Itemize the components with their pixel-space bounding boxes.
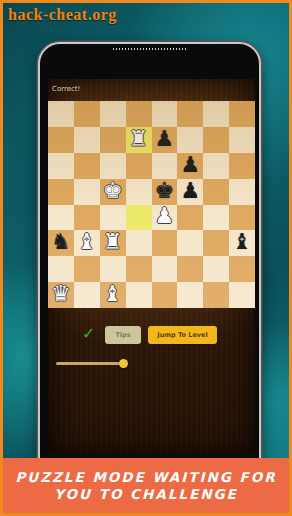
square-d6[interactable]	[126, 153, 152, 179]
square-g2[interactable]	[203, 256, 229, 282]
square-e5[interactable]: ♚	[152, 179, 178, 205]
square-b4[interactable]	[74, 205, 100, 231]
square-f6[interactable]: ♟	[177, 153, 203, 179]
piece-white-pawn: ♟	[155, 205, 175, 227]
square-b2[interactable]	[74, 256, 100, 282]
square-f3[interactable]	[177, 230, 203, 256]
phone-frame: Correct! ♜♟♟♚♚♟♟♞♝♜♝♛♝ ✓ Tips Jump To Le…	[38, 42, 261, 466]
square-b3[interactable]: ♝	[74, 230, 100, 256]
square-e1[interactable]	[152, 282, 178, 308]
square-a5[interactable]	[48, 179, 74, 205]
square-f5[interactable]: ♟	[177, 179, 203, 205]
square-c3[interactable]: ♜	[100, 230, 126, 256]
square-e3[interactable]	[152, 230, 178, 256]
square-g3[interactable]	[203, 230, 229, 256]
square-b7[interactable]	[74, 127, 100, 153]
jump-to-level-button[interactable]: Jump To Level	[148, 326, 217, 344]
square-f4[interactable]	[177, 205, 203, 231]
square-a3[interactable]: ♞	[48, 230, 74, 256]
square-a2[interactable]	[48, 256, 74, 282]
caption-line-1: PUZZLE MODE WAITING FOR	[15, 469, 276, 486]
piece-black-knight: ♞	[51, 231, 71, 253]
caption-line-2: YOU TO CHALLENGE	[54, 486, 238, 503]
square-a8[interactable]	[48, 101, 74, 127]
correct-check-icon: ✓	[82, 324, 95, 343]
square-b1[interactable]	[74, 282, 100, 308]
square-e8[interactable]	[152, 101, 178, 127]
square-d3[interactable]	[126, 230, 152, 256]
piece-white-king: ♚	[103, 180, 123, 202]
square-b8[interactable]	[74, 101, 100, 127]
square-c7[interactable]	[100, 127, 126, 153]
piece-black-king: ♚	[155, 180, 175, 202]
square-h6[interactable]	[229, 153, 255, 179]
square-c1[interactable]: ♝	[100, 282, 126, 308]
square-h7[interactable]	[229, 127, 255, 153]
phone-speaker-grille	[113, 48, 187, 50]
square-g6[interactable]	[203, 153, 229, 179]
level-slider-track[interactable]	[56, 362, 124, 365]
square-a6[interactable]	[48, 153, 74, 179]
app-background: hack-cheat.org Correct! ♜♟♟♚♚♟♟♞♝♜♝♛♝ ✓ …	[0, 0, 292, 516]
square-a7[interactable]	[48, 127, 74, 153]
piece-black-bishop: ♝	[232, 231, 252, 253]
square-g1[interactable]	[203, 282, 229, 308]
square-c2[interactable]	[100, 256, 126, 282]
chess-board: ♜♟♟♚♚♟♟♞♝♜♝♛♝	[48, 101, 255, 308]
square-h3[interactable]: ♝	[229, 230, 255, 256]
square-c4[interactable]	[100, 205, 126, 231]
app-screen: Correct! ♜♟♟♚♚♟♟♞♝♜♝♛♝ ✓ Tips Jump To Le…	[48, 79, 255, 455]
square-e4[interactable]: ♟	[152, 205, 178, 231]
piece-white-queen: ♛	[51, 283, 71, 305]
piece-black-pawn: ♟	[180, 180, 200, 202]
piece-black-pawn: ♟	[180, 154, 200, 176]
square-c8[interactable]	[100, 101, 126, 127]
square-a1[interactable]: ♛	[48, 282, 74, 308]
square-g8[interactable]	[203, 101, 229, 127]
piece-white-rook: ♜	[103, 231, 123, 253]
piece-white-bishop: ♝	[77, 231, 97, 253]
square-b6[interactable]	[74, 153, 100, 179]
square-b5[interactable]	[74, 179, 100, 205]
square-a4[interactable]	[48, 205, 74, 231]
square-h8[interactable]	[229, 101, 255, 127]
piece-black-pawn: ♟	[155, 128, 175, 150]
square-d1[interactable]	[126, 282, 152, 308]
bottom-caption-banner: PUZZLE MODE WAITING FOR YOU TO CHALLENGE	[3, 458, 289, 513]
level-slider-knob[interactable]	[119, 359, 128, 368]
square-f8[interactable]	[177, 101, 203, 127]
status-text: Correct!	[52, 85, 80, 93]
square-f1[interactable]	[177, 282, 203, 308]
square-e6[interactable]	[152, 153, 178, 179]
square-d4[interactable]	[126, 205, 152, 231]
square-e2[interactable]	[152, 256, 178, 282]
tips-button[interactable]: Tips	[105, 326, 141, 344]
square-g7[interactable]	[203, 127, 229, 153]
square-h5[interactable]	[229, 179, 255, 205]
square-d8[interactable]	[126, 101, 152, 127]
square-c6[interactable]	[100, 153, 126, 179]
square-d2[interactable]	[126, 256, 152, 282]
square-f7[interactable]	[177, 127, 203, 153]
piece-white-bishop: ♝	[103, 283, 123, 305]
square-h1[interactable]	[229, 282, 255, 308]
square-e7[interactable]: ♟	[152, 127, 178, 153]
piece-white-rook: ♜	[129, 128, 149, 150]
square-c5[interactable]: ♚	[100, 179, 126, 205]
square-g5[interactable]	[203, 179, 229, 205]
square-d5[interactable]	[126, 179, 152, 205]
square-h4[interactable]	[229, 205, 255, 231]
square-f2[interactable]	[177, 256, 203, 282]
watermark-text: hack-cheat.org	[8, 6, 117, 24]
square-g4[interactable]	[203, 205, 229, 231]
square-d7[interactable]: ♜	[126, 127, 152, 153]
square-h2[interactable]	[229, 256, 255, 282]
